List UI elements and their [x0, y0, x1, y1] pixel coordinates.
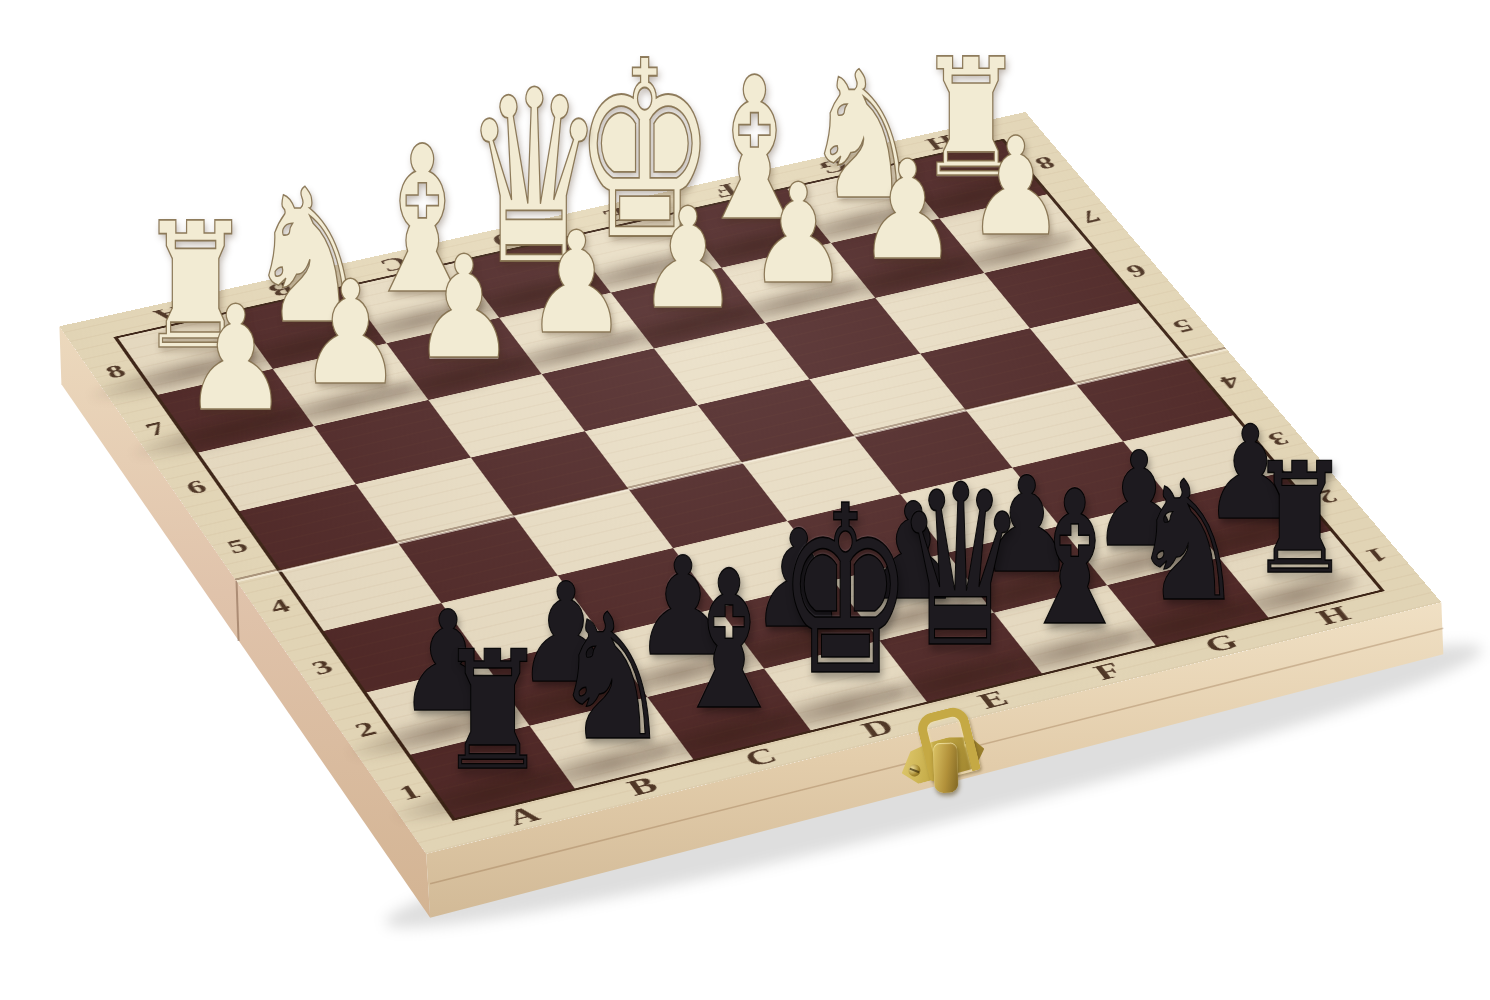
rank-label-left-2: 2	[349, 716, 382, 741]
rank-label-left-1: 1	[393, 779, 426, 804]
rank-label-right-8: 8	[1029, 152, 1060, 173]
rank-label-left-6: 6	[181, 475, 213, 499]
rank-label-right-3: 3	[1261, 427, 1294, 450]
rank-label-left-5: 5	[222, 534, 254, 558]
rank-label-right-2: 2	[1310, 485, 1343, 508]
rank-label-right-6: 6	[1120, 260, 1152, 282]
rank-label-left-4: 4	[264, 594, 296, 618]
rank-label-left-7: 7	[140, 417, 171, 440]
clasp-latch	[933, 743, 959, 794]
rank-label-right-4: 4	[1213, 371, 1246, 394]
rank-label-left-8: 8	[100, 360, 131, 383]
chess-set-photo: AA88BB77CC66DD55EE44FF33GG22HH11 ♜♞♝♟♚♟♛…	[0, 0, 1490, 1000]
rank-label-right-5: 5	[1166, 315, 1198, 337]
rank-label-right-1: 1	[1359, 543, 1393, 567]
file-label-bottom-f: F	[1087, 657, 1128, 685]
rank-label-left-3: 3	[306, 655, 339, 680]
rank-label-right-7: 7	[1074, 206, 1106, 228]
